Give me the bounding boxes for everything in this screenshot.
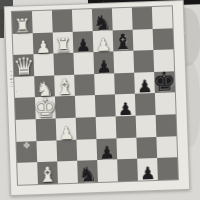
square[interactable] [52, 10, 73, 32]
square[interactable] [17, 162, 38, 184]
square[interactable] [32, 11, 53, 33]
chess-piece-bP[interactable]: ♟ [96, 58, 112, 76]
square[interactable] [114, 72, 135, 94]
chess-board: :·i·s·i·: ♜♞♟♜♟♟♝♛♟♞♝♟♚♚♟♟♟♝♞♟ ❖ ··· [4, 0, 191, 196]
square[interactable]: ♟ [56, 118, 77, 140]
square[interactable]: ♚ [35, 97, 56, 119]
square[interactable]: ♞ [92, 8, 113, 30]
square[interactable] [133, 29, 154, 51]
square[interactable] [136, 115, 157, 137]
square[interactable] [133, 50, 154, 72]
square[interactable]: ♛ [13, 54, 34, 76]
square[interactable] [76, 139, 97, 161]
square[interactable]: ♝ [54, 75, 75, 97]
square[interactable]: ♟ [33, 32, 54, 54]
square[interactable]: ♞ [77, 160, 98, 182]
square[interactable] [76, 117, 97, 139]
square[interactable] [136, 137, 157, 159]
chess-piece-wP[interactable]: ♟ [95, 37, 111, 55]
photo-background: :·i·s·i·: ♜♞♟♜♟♟♝♛♟♞♝♟♚♚♟♟♟♝♞♟ ❖ ··· [0, 0, 200, 200]
square[interactable] [95, 95, 116, 117]
corner-logo-icon: ❖ ··· [17, 140, 36, 157]
chess-piece-wB[interactable]: ♝ [38, 164, 58, 186]
chess-piece-bN[interactable]: ♞ [78, 164, 97, 185]
square[interactable] [112, 8, 133, 30]
square[interactable] [74, 74, 95, 96]
square[interactable]: ♝ [113, 29, 134, 51]
square[interactable] [157, 157, 178, 179]
chess-piece-bP[interactable]: ♟ [118, 101, 134, 119]
chess-piece-bP[interactable]: ♟ [99, 145, 115, 163]
chess-piece-wB[interactable]: ♝ [55, 77, 75, 99]
square[interactable] [117, 159, 138, 181]
square[interactable]: ♟ [73, 31, 94, 53]
square[interactable] [75, 95, 96, 117]
chess-piece-wK[interactable]: ♚ [33, 94, 57, 121]
square[interactable] [152, 6, 173, 28]
square[interactable] [153, 28, 174, 50]
corner-logo-marks: ··· [18, 150, 36, 154]
chess-piece-wP[interactable]: ♟ [58, 124, 74, 142]
square[interactable] [132, 7, 153, 29]
board-grid: ♜♞♟♜♟♟♝♛♟♞♝♟♚♚♟♟♟♝♞♟ [12, 6, 178, 184]
chess-piece-bP[interactable]: ♟ [140, 165, 156, 183]
square[interactable] [156, 114, 177, 136]
square[interactable] [57, 161, 78, 183]
square[interactable]: ♟ [96, 138, 117, 160]
chess-piece-wR[interactable]: ♜ [54, 36, 72, 56]
square[interactable]: ♟ [115, 94, 136, 116]
chess-piece-bP[interactable]: ♟ [137, 78, 153, 96]
square[interactable]: ♚ [154, 71, 175, 93]
square[interactable] [72, 9, 93, 31]
square[interactable] [116, 137, 137, 159]
chess-piece-bP[interactable]: ♟ [75, 37, 91, 55]
square[interactable]: ♟ [137, 158, 158, 180]
square[interactable]: ♜ [12, 11, 33, 33]
chess-piece-wR[interactable]: ♜ [14, 16, 32, 36]
chess-piece-bB[interactable]: ♝ [113, 32, 133, 54]
square[interactable]: ♝ [37, 162, 58, 184]
square[interactable] [96, 116, 117, 138]
square[interactable]: ♜ [53, 31, 74, 53]
chess-piece-bK[interactable]: ♚ [152, 69, 176, 96]
chess-piece-bN[interactable]: ♞ [93, 12, 112, 33]
square[interactable] [36, 140, 57, 162]
square[interactable] [156, 136, 177, 158]
chess-piece-wP[interactable]: ♟ [35, 39, 51, 57]
chess-piece-wQ[interactable]: ♛ [13, 54, 35, 79]
